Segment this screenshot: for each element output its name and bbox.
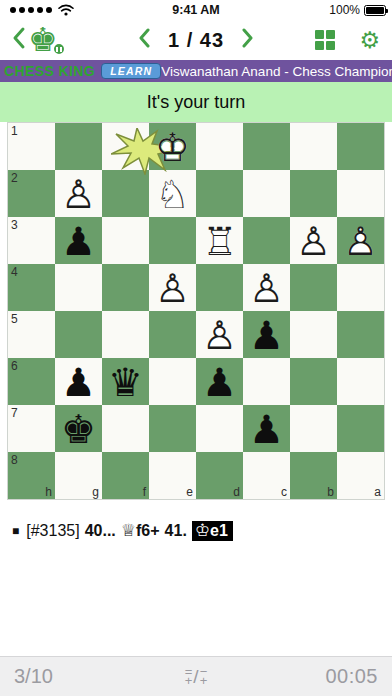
board-square[interactable]: [102, 170, 149, 217]
black-queen: ♛: [102, 358, 149, 405]
board-square[interactable]: a: [337, 452, 384, 499]
file-label: a: [374, 485, 381, 499]
board-square[interactable]: f: [102, 452, 149, 499]
move-black[interactable]: ♕f6+: [121, 522, 160, 539]
file-label: e: [186, 485, 193, 499]
puzzle-counter: 1 / 43: [168, 29, 224, 52]
black-pawn: ♟: [243, 311, 290, 358]
board-square[interactable]: [290, 123, 337, 170]
board-square[interactable]: [102, 311, 149, 358]
white-pawn: ♟♙: [337, 217, 384, 264]
board-square[interactable]: [337, 264, 384, 311]
rank-label: 5: [11, 312, 18, 326]
board-square[interactable]: g: [55, 452, 102, 499]
board-square[interactable]: ♟♙: [149, 264, 196, 311]
board-square[interactable]: [337, 170, 384, 217]
board-square[interactable]: ♟♙: [196, 311, 243, 358]
white-pawn: ♟♙: [290, 217, 337, 264]
move-white-current[interactable]: ♔e1: [192, 521, 233, 541]
board-square[interactable]: ♟♙: [337, 217, 384, 264]
white-pawn: ♟♙: [196, 311, 243, 358]
board-square[interactable]: [102, 217, 149, 264]
eval-symbol-left: =+: [185, 668, 193, 684]
white-pawn: ♟♙: [243, 264, 290, 311]
white-knight: ♞♘: [149, 170, 196, 217]
board-square[interactable]: 5: [8, 311, 55, 358]
black-pawn: ♟: [196, 358, 243, 405]
evaluation-goal: =+ / −+: [185, 666, 207, 688]
file-label: f: [143, 485, 146, 499]
board-square[interactable]: [149, 217, 196, 264]
puzzle-progress: 3/10: [14, 665, 53, 688]
bottom-toolbar: 3/10 =+ / −+ 00:05: [0, 656, 392, 696]
nav-bar: ♚ 1 / 43 ⚙: [0, 20, 392, 60]
board-square[interactable]: [196, 170, 243, 217]
rank-label: 6: [11, 359, 18, 373]
move-number-black: 40...: [85, 522, 116, 539]
puzzle-id: [#3135]: [26, 522, 79, 539]
course-title: Viswanathan Anand - Chess Champion: [161, 64, 392, 79]
white-rook: ♜♖: [196, 217, 243, 264]
board-square[interactable]: [290, 170, 337, 217]
board-square[interactable]: 1: [8, 123, 55, 170]
board-square[interactable]: [102, 405, 149, 452]
board-square[interactable]: ♚♔: [149, 123, 196, 170]
board-square[interactable]: [196, 264, 243, 311]
board-square[interactable]: [149, 311, 196, 358]
brand-bar: CHESS KING LEARN Viswanathan Anand - Che…: [0, 60, 392, 82]
board-square[interactable]: 4: [8, 264, 55, 311]
board-square[interactable]: ♟: [55, 217, 102, 264]
board-square[interactable]: ♜♖: [196, 217, 243, 264]
board-square[interactable]: [102, 264, 149, 311]
black-pawn: ♟: [55, 217, 102, 264]
board-square[interactable]: d: [196, 452, 243, 499]
file-label: b: [327, 485, 334, 499]
board-square[interactable]: [337, 405, 384, 452]
board-square[interactable]: 8h: [8, 452, 55, 499]
board-square[interactable]: 3: [8, 217, 55, 264]
white-pawn: ♟♙: [149, 264, 196, 311]
rank-label: 2: [11, 171, 18, 185]
board-square[interactable]: e: [149, 452, 196, 499]
board-square[interactable]: ♟: [196, 358, 243, 405]
app-name: CHESS KING: [4, 63, 95, 79]
battery-icon: [364, 5, 386, 16]
move-notation-line: ■[#3135]40...♕f6+41.♔e1: [0, 500, 392, 546]
file-label: g: [92, 485, 99, 499]
chess-board: 1♚♔2♟♙♞♘3♟♜♖♟♙♟♙4♟♙♟♙5♟♙♟6♟♛♟7♚♟8hgfedcb…: [7, 122, 385, 500]
board-square[interactable]: [55, 264, 102, 311]
board-square[interactable]: [149, 358, 196, 405]
board-square[interactable]: [196, 123, 243, 170]
board-square[interactable]: 6: [8, 358, 55, 405]
board-square[interactable]: [149, 405, 196, 452]
board-square[interactable]: c: [243, 452, 290, 499]
board-square[interactable]: ♚: [55, 405, 102, 452]
puzzle-grid-button[interactable]: [315, 30, 335, 50]
black-pawn: ♟: [243, 405, 290, 452]
queen-notation-icon: ♕: [121, 520, 136, 540]
rank-label: 3: [11, 218, 18, 232]
eval-symbol-right: −+: [200, 668, 208, 684]
board-square[interactable]: ♟: [55, 358, 102, 405]
rank-label: 8: [11, 453, 18, 467]
board-square[interactable]: [337, 358, 384, 405]
black-to-move-icon: ■: [12, 524, 19, 538]
board-square[interactable]: ♟: [243, 405, 290, 452]
file-label: h: [45, 485, 52, 499]
board-square[interactable]: [337, 311, 384, 358]
board-square[interactable]: [55, 123, 102, 170]
settings-gear-button[interactable]: ⚙: [359, 29, 380, 51]
turn-message: It's your turn: [147, 92, 245, 113]
board-square[interactable]: [290, 358, 337, 405]
board-square[interactable]: ♛: [102, 358, 149, 405]
status-bar: 9:41 AM 100%: [0, 0, 392, 20]
board-square[interactable]: 2: [8, 170, 55, 217]
rank-label: 4: [11, 265, 18, 279]
file-label: d: [233, 485, 240, 499]
board-square[interactable]: [337, 123, 384, 170]
white-king: ♚♔: [149, 123, 196, 170]
timer: 00:05: [325, 665, 378, 688]
board-square[interactable]: [196, 405, 243, 452]
next-puzzle-button[interactable]: [242, 28, 254, 52]
board-square[interactable]: [290, 311, 337, 358]
board-square[interactable]: ♟: [243, 311, 290, 358]
prev-puzzle-button[interactable]: [138, 28, 150, 52]
board-square[interactable]: [243, 358, 290, 405]
board-square[interactable]: ♟♙: [55, 170, 102, 217]
turn-banner: It's your turn: [0, 82, 392, 122]
file-label: c: [281, 485, 287, 499]
white-pawn: ♟♙: [55, 170, 102, 217]
king-notation-icon: ♔: [195, 520, 210, 540]
move-number-white: 41.: [165, 522, 187, 539]
rank-label: 7: [11, 406, 18, 420]
board-square[interactable]: [290, 264, 337, 311]
board-square[interactable]: [243, 123, 290, 170]
board-square[interactable]: 7: [8, 405, 55, 452]
black-king: ♚: [55, 405, 102, 452]
board-square[interactable]: [243, 170, 290, 217]
board-square[interactable]: [290, 405, 337, 452]
board-square[interactable]: [55, 311, 102, 358]
board-square[interactable]: [243, 217, 290, 264]
black-pawn: ♟: [55, 358, 102, 405]
learn-badge: LEARN: [101, 63, 161, 79]
rank-label: 1: [11, 124, 18, 138]
board-square[interactable]: b: [290, 452, 337, 499]
board-square[interactable]: ♟♙: [290, 217, 337, 264]
board-square[interactable]: ♞♘: [149, 170, 196, 217]
battery-percent: 100%: [329, 3, 360, 17]
board-square[interactable]: ♟♙: [243, 264, 290, 311]
